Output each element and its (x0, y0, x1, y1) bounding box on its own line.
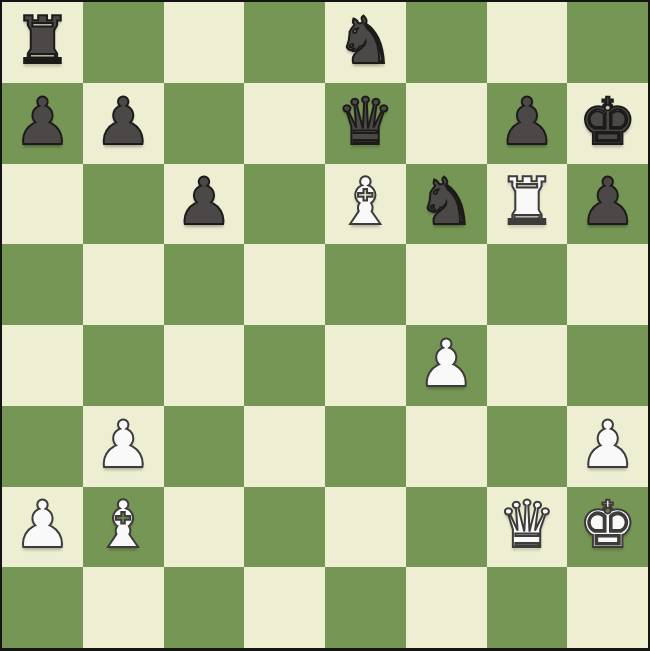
square-h1[interactable] (567, 567, 648, 648)
square-f7[interactable] (406, 83, 487, 164)
square-h8[interactable] (567, 2, 648, 83)
square-g3[interactable] (487, 406, 568, 487)
square-f1[interactable] (406, 567, 487, 648)
square-c5[interactable] (164, 244, 245, 325)
square-g5[interactable] (487, 244, 568, 325)
square-a1[interactable] (2, 567, 83, 648)
piece-white-pawn[interactable]: ♟ (13, 492, 71, 557)
square-f5[interactable] (406, 244, 487, 325)
square-g8[interactable] (487, 2, 568, 83)
square-c3[interactable] (164, 406, 245, 487)
piece-white-pawn[interactable]: ♟ (578, 412, 636, 477)
square-c8[interactable] (164, 2, 245, 83)
piece-black-pawn[interactable]: ♟ (94, 89, 152, 154)
square-a4[interactable] (2, 325, 83, 406)
square-e3[interactable] (325, 406, 406, 487)
square-c7[interactable] (164, 83, 245, 164)
square-g4[interactable] (487, 325, 568, 406)
piece-white-queen[interactable]: ♛ (498, 492, 556, 557)
square-f8[interactable] (406, 2, 487, 83)
square-h6[interactable]: ♟ (567, 164, 648, 245)
chess-board: ♜♞♟♟♛♟♚♟♝♞♜♟♟♟♟♟♝♛♚ (2, 2, 648, 648)
square-b7[interactable]: ♟ (83, 83, 164, 164)
square-a3[interactable] (2, 406, 83, 487)
square-d1[interactable] (244, 567, 325, 648)
square-b4[interactable] (83, 325, 164, 406)
piece-white-bishop[interactable]: ♝ (336, 169, 394, 234)
square-e1[interactable] (325, 567, 406, 648)
piece-white-bishop[interactable]: ♝ (94, 492, 152, 557)
square-f4[interactable]: ♟ (406, 325, 487, 406)
square-g2[interactable]: ♛ (487, 487, 568, 568)
square-d8[interactable] (244, 2, 325, 83)
chess-app-window: ♜♞♟♟♛♟♚♟♝♞♜♟♟♟♟♟♝♛♚ (0, 0, 650, 651)
square-a2[interactable]: ♟ (2, 487, 83, 568)
square-d7[interactable] (244, 83, 325, 164)
square-g6[interactable]: ♜ (487, 164, 568, 245)
piece-black-pawn[interactable]: ♟ (578, 169, 636, 234)
square-d6[interactable] (244, 164, 325, 245)
square-e4[interactable] (325, 325, 406, 406)
square-b5[interactable] (83, 244, 164, 325)
piece-black-knight[interactable]: ♞ (336, 8, 394, 73)
piece-black-pawn[interactable]: ♟ (13, 89, 71, 154)
square-d3[interactable] (244, 406, 325, 487)
square-e7[interactable]: ♛ (325, 83, 406, 164)
piece-black-queen[interactable]: ♛ (336, 89, 394, 154)
square-b8[interactable] (83, 2, 164, 83)
square-b3[interactable]: ♟ (83, 406, 164, 487)
square-a8[interactable]: ♜ (2, 2, 83, 83)
square-c6[interactable]: ♟ (164, 164, 245, 245)
square-h3[interactable]: ♟ (567, 406, 648, 487)
square-a7[interactable]: ♟ (2, 83, 83, 164)
piece-black-knight[interactable]: ♞ (417, 169, 475, 234)
square-f2[interactable] (406, 487, 487, 568)
square-h4[interactable] (567, 325, 648, 406)
square-h7[interactable]: ♚ (567, 83, 648, 164)
square-b1[interactable] (83, 567, 164, 648)
piece-white-pawn[interactable]: ♟ (417, 331, 475, 396)
square-e6[interactable]: ♝ (325, 164, 406, 245)
square-d4[interactable] (244, 325, 325, 406)
square-g7[interactable]: ♟ (487, 83, 568, 164)
square-a6[interactable] (2, 164, 83, 245)
square-c1[interactable] (164, 567, 245, 648)
square-e5[interactable] (325, 244, 406, 325)
square-b6[interactable] (83, 164, 164, 245)
piece-black-pawn[interactable]: ♟ (498, 89, 556, 154)
square-h5[interactable] (567, 244, 648, 325)
piece-white-pawn[interactable]: ♟ (94, 412, 152, 477)
piece-white-rook[interactable]: ♜ (498, 169, 556, 234)
piece-black-pawn[interactable]: ♟ (175, 169, 233, 234)
piece-white-king[interactable]: ♚ (578, 492, 636, 557)
square-b2[interactable]: ♝ (83, 487, 164, 568)
piece-black-king[interactable]: ♚ (578, 89, 636, 154)
piece-black-rook[interactable]: ♜ (13, 8, 71, 73)
square-d2[interactable] (244, 487, 325, 568)
square-a5[interactable] (2, 244, 83, 325)
square-g1[interactable] (487, 567, 568, 648)
square-e8[interactable]: ♞ (325, 2, 406, 83)
square-h2[interactable]: ♚ (567, 487, 648, 568)
square-f3[interactable] (406, 406, 487, 487)
square-d5[interactable] (244, 244, 325, 325)
square-f6[interactable]: ♞ (406, 164, 487, 245)
square-e2[interactable] (325, 487, 406, 568)
square-c4[interactable] (164, 325, 245, 406)
square-c2[interactable] (164, 487, 245, 568)
